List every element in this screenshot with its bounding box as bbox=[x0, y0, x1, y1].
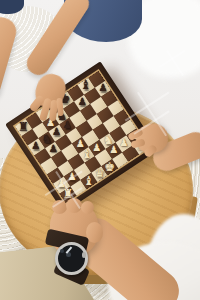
watch-crown bbox=[82, 252, 86, 258]
knuckle bbox=[52, 200, 67, 214]
watch-subdial bbox=[60, 249, 64, 253]
photo-scene: ♜♛♚♝♟♞♟♟♟♞♟♟♟♟♝♟♞♟♟♟♟♟♜♝♛♚♜ bbox=[0, 0, 200, 300]
knuckle bbox=[81, 201, 94, 214]
knuckle bbox=[66, 198, 82, 213]
